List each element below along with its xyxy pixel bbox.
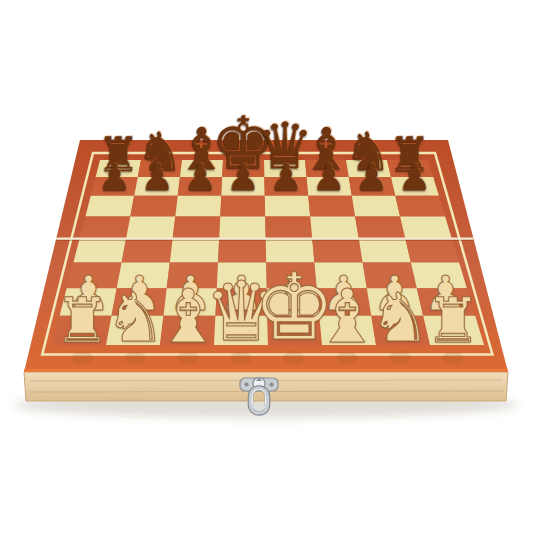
piece-dark-pawn-c7[interactable]: ♟ bbox=[184, 159, 217, 196]
piece-light-rook-a1[interactable]: ♜ bbox=[55, 290, 111, 352]
chess-set-product-photo: ♜♞♝♚♛♝♞♜♟♟♟♟♟♟♟♟♟♟♟♟♟♟♟♟♜♞♝♛♚♝♞♜ bbox=[0, 0, 533, 533]
piece-light-rook-h1[interactable]: ♜ bbox=[425, 290, 481, 352]
piece-dark-pawn-f7[interactable]: ♟ bbox=[312, 159, 345, 196]
piece-dark-pawn-b7[interactable]: ♟ bbox=[141, 159, 174, 196]
piece-dark-pawn-g7[interactable]: ♟ bbox=[355, 159, 388, 196]
piece-dark-pawn-h7[interactable]: ♟ bbox=[398, 159, 431, 196]
piece-dark-pawn-e7[interactable]: ♟ bbox=[269, 159, 302, 196]
piece-dark-pawn-a7[interactable]: ♟ bbox=[98, 159, 131, 196]
piece-light-knight-g1[interactable]: ♞ bbox=[370, 284, 431, 352]
piece-dark-pawn-d7[interactable]: ♟ bbox=[227, 159, 260, 196]
